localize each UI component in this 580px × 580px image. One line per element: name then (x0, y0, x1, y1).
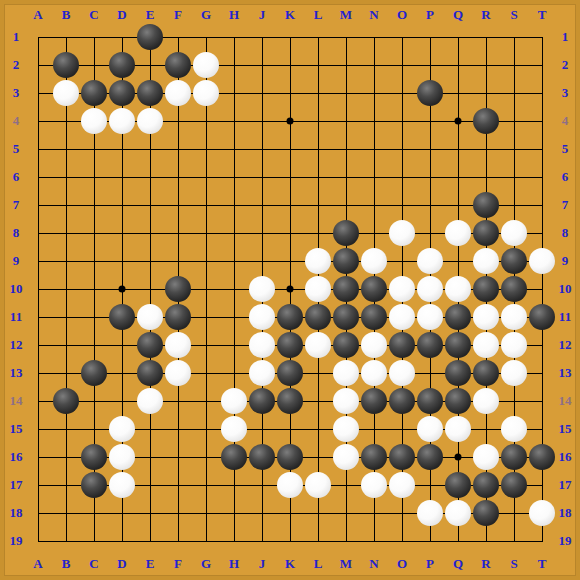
intersection-D3[interactable] (108, 79, 136, 107)
intersection-P15[interactable] (416, 415, 444, 443)
intersection-S11[interactable] (500, 303, 528, 331)
black-stone (473, 360, 499, 386)
white-stone (109, 444, 135, 470)
black-stone (445, 332, 471, 358)
row-label-right-19: 19 (559, 533, 572, 549)
intersection-S10[interactable] (500, 275, 528, 303)
intersection-N13[interactable] (360, 359, 388, 387)
white-stone (333, 416, 359, 442)
col-label-bottom-B: B (62, 556, 71, 572)
white-stone (445, 500, 471, 526)
row-label-right-1: 1 (562, 29, 569, 45)
black-stone (417, 444, 443, 470)
intersection-Q18[interactable] (444, 499, 472, 527)
intersection-P12[interactable] (416, 331, 444, 359)
white-stone (501, 304, 527, 330)
col-label-top-S: S (510, 7, 517, 23)
col-label-top-N: N (369, 7, 378, 23)
white-stone (389, 220, 415, 246)
intersection-J10[interactable] (248, 275, 276, 303)
intersection-E12[interactable] (136, 331, 164, 359)
white-stone (389, 276, 415, 302)
col-label-bottom-A: A (33, 556, 42, 572)
white-stone (221, 388, 247, 414)
col-label-bottom-S: S (510, 556, 517, 572)
intersection-Q17[interactable] (444, 471, 472, 499)
white-stone (333, 388, 359, 414)
star-point-Q16 (455, 454, 462, 461)
black-stone (137, 24, 163, 50)
white-stone (221, 416, 247, 442)
white-stone (193, 52, 219, 78)
white-stone (305, 332, 331, 358)
black-stone (417, 332, 443, 358)
col-label-top-D: D (117, 7, 126, 23)
intersection-R7[interactable] (472, 191, 500, 219)
row-label-left-13: 13 (10, 365, 23, 381)
col-label-bottom-E: E (146, 556, 155, 572)
col-label-bottom-K: K (285, 556, 295, 572)
black-stone (53, 388, 79, 414)
black-stone (473, 500, 499, 526)
col-label-top-B: B (62, 7, 71, 23)
intersection-P9[interactable] (416, 247, 444, 275)
intersection-N11[interactable] (360, 303, 388, 331)
row-label-left-3: 3 (13, 85, 20, 101)
white-stone (501, 416, 527, 442)
row-label-right-11: 11 (559, 309, 571, 325)
black-stone (529, 304, 555, 330)
row-label-left-15: 15 (10, 421, 23, 437)
intersection-P11[interactable] (416, 303, 444, 331)
white-stone (333, 360, 359, 386)
intersection-M8[interactable] (332, 219, 360, 247)
intersection-O17[interactable] (388, 471, 416, 499)
intersection-K14[interactable] (276, 387, 304, 415)
intersection-N14[interactable] (360, 387, 388, 415)
black-stone (473, 220, 499, 246)
intersection-E1[interactable] (136, 23, 164, 51)
black-stone (109, 304, 135, 330)
intersection-T9[interactable] (528, 247, 556, 275)
intersection-O8[interactable] (388, 219, 416, 247)
intersection-P16[interactable] (416, 443, 444, 471)
col-label-bottom-J: J (259, 556, 266, 572)
row-label-left-10: 10 (10, 281, 23, 297)
intersection-L11[interactable] (304, 303, 332, 331)
black-stone (389, 444, 415, 470)
white-stone (501, 360, 527, 386)
col-label-bottom-R: R (481, 556, 490, 572)
row-label-right-2: 2 (562, 57, 569, 73)
black-stone (81, 444, 107, 470)
intersection-J16[interactable] (248, 443, 276, 471)
black-stone (501, 276, 527, 302)
black-stone (81, 360, 107, 386)
col-label-bottom-F: F (174, 556, 182, 572)
black-stone (277, 304, 303, 330)
white-stone (529, 248, 555, 274)
white-stone (109, 416, 135, 442)
white-stone (165, 360, 191, 386)
row-label-right-10: 10 (559, 281, 572, 297)
black-stone (389, 388, 415, 414)
star-point-K4 (287, 118, 294, 125)
col-label-bottom-M: M (340, 556, 352, 572)
intersection-F10[interactable] (164, 275, 192, 303)
row-label-left-6: 6 (13, 169, 20, 185)
intersection-D2[interactable] (108, 51, 136, 79)
row-label-right-8: 8 (562, 225, 569, 241)
intersection-R10[interactable] (472, 275, 500, 303)
intersection-F13[interactable] (164, 359, 192, 387)
row-label-right-4: 4 (562, 113, 569, 129)
intersection-R8[interactable] (472, 219, 500, 247)
go-board: ABCDEFGHJKLMNOPQRST ABCDEFGHJKLMNOPQRST … (0, 0, 580, 580)
intersection-M9[interactable] (332, 247, 360, 275)
black-stone (277, 444, 303, 470)
intersection-D15[interactable] (108, 415, 136, 443)
black-stone (473, 192, 499, 218)
intersection-K13[interactable] (276, 359, 304, 387)
intersection-H14[interactable] (220, 387, 248, 415)
row-label-left-11: 11 (10, 309, 22, 325)
intersection-S15[interactable] (500, 415, 528, 443)
white-stone (389, 304, 415, 330)
intersection-R14[interactable] (472, 387, 500, 415)
black-stone (137, 80, 163, 106)
intersection-L17[interactable] (304, 471, 332, 499)
white-stone (473, 304, 499, 330)
white-stone (277, 472, 303, 498)
intersection-D11[interactable] (108, 303, 136, 331)
col-label-bottom-C: C (89, 556, 98, 572)
intersection-O10[interactable] (388, 275, 416, 303)
black-stone (473, 276, 499, 302)
intersection-S13[interactable] (500, 359, 528, 387)
intersection-N17[interactable] (360, 471, 388, 499)
intersection-M16[interactable] (332, 443, 360, 471)
white-stone (305, 248, 331, 274)
col-label-bottom-T: T (538, 556, 547, 572)
intersection-B14[interactable] (52, 387, 80, 415)
row-label-left-12: 12 (10, 337, 23, 353)
intersection-Q12[interactable] (444, 331, 472, 359)
white-stone (445, 276, 471, 302)
black-stone (305, 304, 331, 330)
intersection-F2[interactable] (164, 51, 192, 79)
black-stone (473, 108, 499, 134)
intersection-S16[interactable] (500, 443, 528, 471)
black-stone (501, 248, 527, 274)
row-label-right-6: 6 (562, 169, 569, 185)
black-stone (445, 388, 471, 414)
black-stone (389, 332, 415, 358)
white-stone (501, 332, 527, 358)
row-label-left-14: 14 (10, 393, 23, 409)
intersection-M14[interactable] (332, 387, 360, 415)
black-stone (81, 472, 107, 498)
intersection-K11[interactable] (276, 303, 304, 331)
black-stone (277, 360, 303, 386)
intersection-R12[interactable] (472, 331, 500, 359)
intersection-M12[interactable] (332, 331, 360, 359)
col-label-top-A: A (33, 7, 42, 23)
intersection-E14[interactable] (136, 387, 164, 415)
black-stone (109, 80, 135, 106)
black-stone (501, 472, 527, 498)
white-stone (445, 220, 471, 246)
intersection-G3[interactable] (192, 79, 220, 107)
intersection-F3[interactable] (164, 79, 192, 107)
intersection-N16[interactable] (360, 443, 388, 471)
row-label-left-9: 9 (13, 253, 20, 269)
intersection-M11[interactable] (332, 303, 360, 331)
row-label-left-7: 7 (13, 197, 20, 213)
row-label-right-14: 14 (559, 393, 572, 409)
intersection-D17[interactable] (108, 471, 136, 499)
intersection-E13[interactable] (136, 359, 164, 387)
black-stone (529, 444, 555, 470)
intersection-T16[interactable] (528, 443, 556, 471)
intersection-Q11[interactable] (444, 303, 472, 331)
intersection-M13[interactable] (332, 359, 360, 387)
white-stone (137, 388, 163, 414)
intersection-K16[interactable] (276, 443, 304, 471)
intersection-L10[interactable] (304, 275, 332, 303)
row-label-right-16: 16 (559, 449, 572, 465)
intersection-N9[interactable] (360, 247, 388, 275)
white-stone (109, 108, 135, 134)
white-stone (445, 416, 471, 442)
white-stone (389, 472, 415, 498)
white-stone (529, 500, 555, 526)
intersection-R16[interactable] (472, 443, 500, 471)
white-stone (249, 276, 275, 302)
intersection-Q10[interactable] (444, 275, 472, 303)
intersection-R4[interactable] (472, 107, 500, 135)
col-label-top-K: K (285, 7, 295, 23)
black-stone (501, 444, 527, 470)
col-label-top-M: M (340, 7, 352, 23)
row-label-right-12: 12 (559, 337, 572, 353)
white-stone (249, 304, 275, 330)
black-stone (333, 304, 359, 330)
intersection-Q8[interactable] (444, 219, 472, 247)
black-stone (165, 276, 191, 302)
black-stone (417, 80, 443, 106)
intersection-N10[interactable] (360, 275, 388, 303)
white-stone (473, 248, 499, 274)
white-stone (137, 108, 163, 134)
intersection-C3[interactable] (80, 79, 108, 107)
row-label-right-9: 9 (562, 253, 569, 269)
intersection-J14[interactable] (248, 387, 276, 415)
col-label-top-E: E (146, 7, 155, 23)
black-stone (361, 276, 387, 302)
intersection-C13[interactable] (80, 359, 108, 387)
col-label-top-L: L (314, 7, 323, 23)
intersection-B3[interactable] (52, 79, 80, 107)
intersection-R18[interactable] (472, 499, 500, 527)
white-stone (417, 416, 443, 442)
white-stone (361, 248, 387, 274)
intersection-E3[interactable] (136, 79, 164, 107)
intersection-L9[interactable] (304, 247, 332, 275)
intersection-P3[interactable] (416, 79, 444, 107)
row-label-right-18: 18 (559, 505, 572, 521)
black-stone (333, 332, 359, 358)
intersection-N12[interactable] (360, 331, 388, 359)
white-stone (305, 276, 331, 302)
intersection-Q15[interactable] (444, 415, 472, 443)
col-label-top-G: G (201, 7, 211, 23)
white-stone (473, 332, 499, 358)
col-label-bottom-L: L (314, 556, 323, 572)
black-stone (333, 248, 359, 274)
black-stone (137, 360, 163, 386)
col-label-bottom-P: P (426, 556, 434, 572)
intersection-Q13[interactable] (444, 359, 472, 387)
row-label-left-2: 2 (13, 57, 20, 73)
intersection-C17[interactable] (80, 471, 108, 499)
star-point-D10 (119, 286, 126, 293)
intersection-G2[interactable] (192, 51, 220, 79)
white-stone (333, 444, 359, 470)
intersection-P18[interactable] (416, 499, 444, 527)
star-point-K10 (287, 286, 294, 293)
row-label-left-16: 16 (10, 449, 23, 465)
intersection-H15[interactable] (220, 415, 248, 443)
intersection-B2[interactable] (52, 51, 80, 79)
intersection-Q14[interactable] (444, 387, 472, 415)
white-stone (193, 80, 219, 106)
col-label-bottom-Q: Q (453, 556, 463, 572)
black-stone (445, 472, 471, 498)
white-stone (249, 360, 275, 386)
black-stone (249, 388, 275, 414)
row-label-left-8: 8 (13, 225, 20, 241)
black-stone (249, 444, 275, 470)
intersection-R13[interactable] (472, 359, 500, 387)
white-stone (417, 500, 443, 526)
col-label-top-O: O (397, 7, 407, 23)
intersection-O16[interactable] (388, 443, 416, 471)
white-stone (53, 80, 79, 106)
white-stone (417, 248, 443, 274)
black-stone (445, 360, 471, 386)
intersection-O11[interactable] (388, 303, 416, 331)
intersection-K12[interactable] (276, 331, 304, 359)
intersection-D4[interactable] (108, 107, 136, 135)
black-stone (277, 332, 303, 358)
intersection-C16[interactable] (80, 443, 108, 471)
col-label-top-R: R (481, 7, 490, 23)
intersection-T11[interactable] (528, 303, 556, 331)
white-stone (137, 304, 163, 330)
white-stone (389, 360, 415, 386)
white-stone (361, 332, 387, 358)
white-stone (473, 444, 499, 470)
black-stone (137, 332, 163, 358)
intersection-R9[interactable] (472, 247, 500, 275)
intersection-S12[interactable] (500, 331, 528, 359)
black-stone (333, 276, 359, 302)
black-stone (277, 388, 303, 414)
row-label-left-1: 1 (13, 29, 20, 45)
intersection-P14[interactable] (416, 387, 444, 415)
row-label-right-3: 3 (562, 85, 569, 101)
intersection-O12[interactable] (388, 331, 416, 359)
intersection-S9[interactable] (500, 247, 528, 275)
col-label-top-P: P (426, 7, 434, 23)
black-stone (361, 444, 387, 470)
black-stone (165, 52, 191, 78)
col-label-bottom-D: D (117, 556, 126, 572)
intersection-J13[interactable] (248, 359, 276, 387)
intersection-D16[interactable] (108, 443, 136, 471)
black-stone (333, 220, 359, 246)
col-label-bottom-G: G (201, 556, 211, 572)
white-stone (249, 332, 275, 358)
white-stone (165, 80, 191, 106)
black-stone (445, 304, 471, 330)
col-label-top-H: H (229, 7, 239, 23)
intersection-E4[interactable] (136, 107, 164, 135)
col-label-bottom-O: O (397, 556, 407, 572)
intersection-M10[interactable] (332, 275, 360, 303)
col-label-top-T: T (538, 7, 547, 23)
black-stone (53, 52, 79, 78)
intersection-H16[interactable] (220, 443, 248, 471)
intersection-O14[interactable] (388, 387, 416, 415)
intersection-O13[interactable] (388, 359, 416, 387)
black-stone (109, 52, 135, 78)
row-label-left-18: 18 (10, 505, 23, 521)
intersection-L12[interactable] (304, 331, 332, 359)
row-label-left-4: 4 (13, 113, 20, 129)
intersection-R11[interactable] (472, 303, 500, 331)
intersection-J11[interactable] (248, 303, 276, 331)
intersection-R17[interactable] (472, 471, 500, 499)
intersection-M15[interactable] (332, 415, 360, 443)
white-stone (417, 276, 443, 302)
intersection-J12[interactable] (248, 331, 276, 359)
black-stone (473, 472, 499, 498)
col-label-top-F: F (174, 7, 182, 23)
star-point-Q4 (455, 118, 462, 125)
intersection-S8[interactable] (500, 219, 528, 247)
intersection-P10[interactable] (416, 275, 444, 303)
row-label-right-5: 5 (562, 141, 569, 157)
white-stone (81, 108, 107, 134)
intersection-K17[interactable] (276, 471, 304, 499)
col-label-top-C: C (89, 7, 98, 23)
black-stone (165, 304, 191, 330)
row-label-right-15: 15 (559, 421, 572, 437)
white-stone (417, 304, 443, 330)
intersection-E11[interactable] (136, 303, 164, 331)
intersection-C4[interactable] (80, 107, 108, 135)
black-stone (221, 444, 247, 470)
white-stone (305, 472, 331, 498)
white-stone (109, 472, 135, 498)
intersection-T18[interactable] (528, 499, 556, 527)
intersection-S17[interactable] (500, 471, 528, 499)
intersection-F11[interactable] (164, 303, 192, 331)
intersection-F12[interactable] (164, 331, 192, 359)
white-stone (361, 472, 387, 498)
